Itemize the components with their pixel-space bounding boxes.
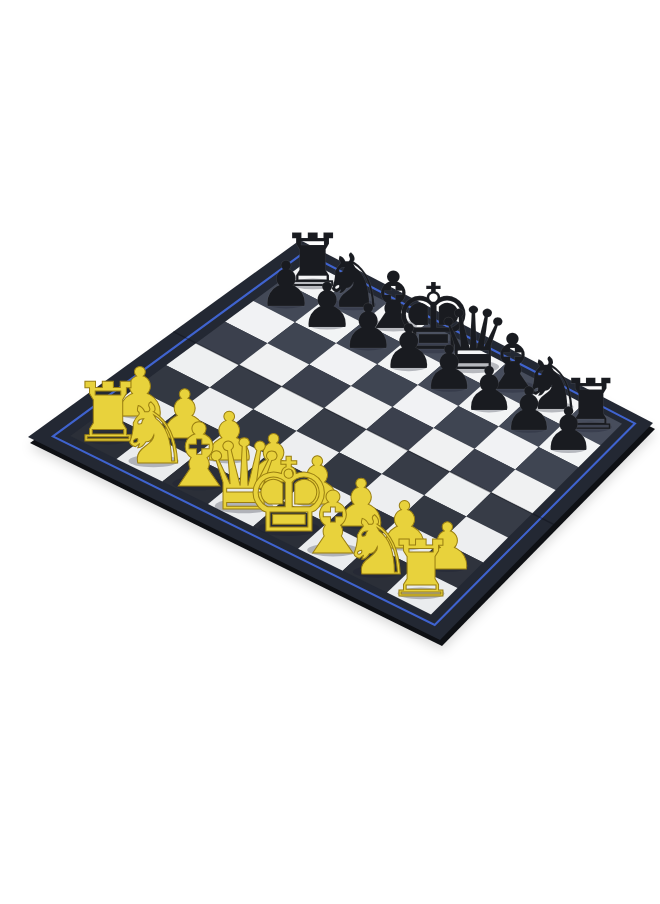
piece-black-pawn-h7[interactable]: ♟ — [542, 394, 596, 464]
board-photo-svg: ♜♟♞♟♝♟♚♛♟♝♟♞♟♟♜♟♟♜♟♟♞♟♝♟♛♟♚♟♝♟♞♜ — [0, 0, 660, 904]
piece-yellow-rook-h1[interactable]: ♜ — [386, 524, 456, 614]
product-photo-stage: ♜♟♞♟♝♟♚♛♟♝♟♞♟♟♜♟♟♜♟♟♞♟♝♟♛♟♚♟♝♟♞♜ — [0, 0, 660, 904]
